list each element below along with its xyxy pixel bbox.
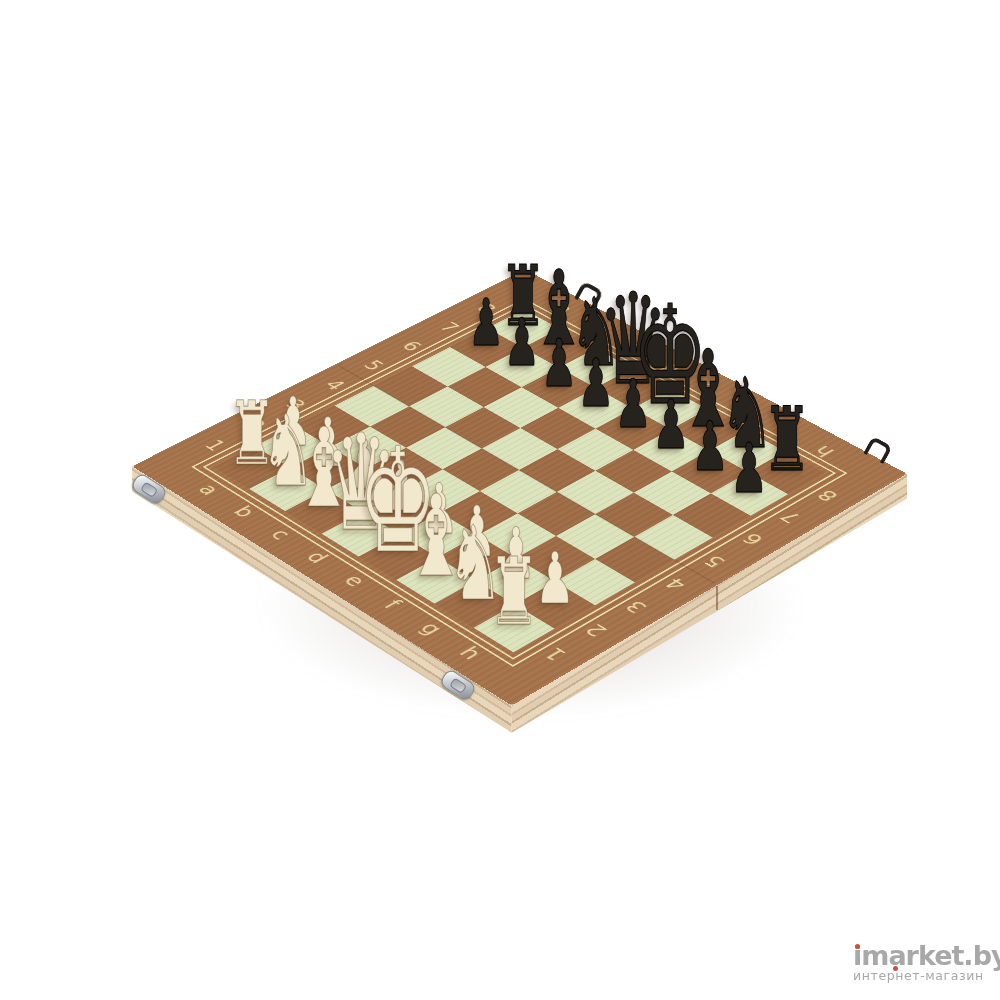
black-pawn-f7: ♟ (652, 392, 690, 460)
black-pawn-a7: ♟ (468, 291, 504, 356)
brand-accent-dot-i (855, 944, 860, 949)
watermark-brand: imarket.by (853, 942, 1000, 969)
brand-accent-dot-a (893, 966, 898, 971)
watermark: imarket.by интернет-магазин (853, 942, 1000, 983)
black-pawn-d7: ♟ (577, 350, 614, 416)
black-pawn-c7: ♟ (540, 330, 577, 396)
white-rook-h1: ♜ (488, 546, 540, 639)
black-pawn-h7: ♟ (730, 434, 768, 503)
black-pawn-b7: ♟ (504, 310, 540, 375)
black-pawn-g7: ♟ (691, 413, 729, 481)
black-rook-h8: ♜ (762, 395, 811, 483)
watermark-tagline: интернет-магазин (853, 970, 1000, 983)
white-pawn-h2: ♟ (535, 543, 575, 614)
black-pawn-e7: ♟ (614, 371, 651, 438)
product-photo: aabbccddeeffgghh1122334455667788 ♜♝♞♛♚♝♞… (0, 0, 1000, 1000)
